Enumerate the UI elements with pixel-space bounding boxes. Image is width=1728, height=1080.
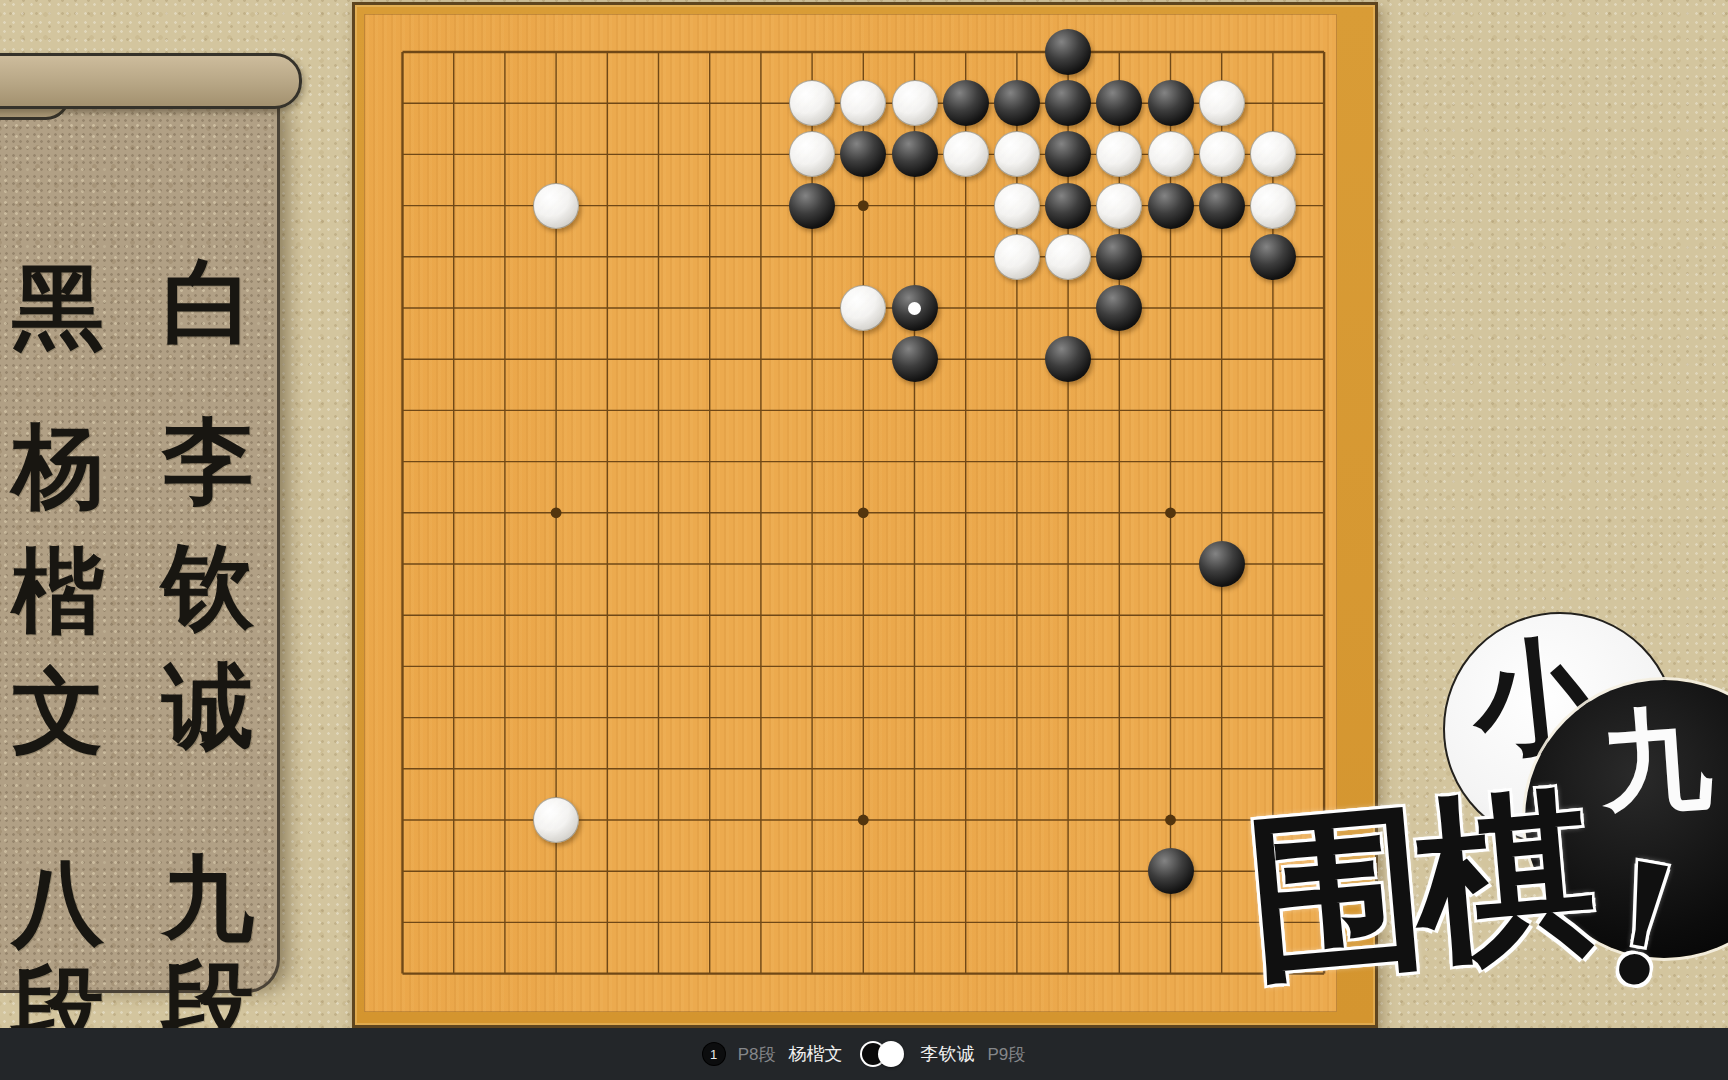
white-stone xyxy=(533,183,579,229)
black-stone xyxy=(892,131,938,177)
bottom-status-bar: 1 P8段 杨楷文 李钦诚 P9段 xyxy=(0,1028,1728,1080)
white-stone xyxy=(994,183,1040,229)
black-stone xyxy=(1096,285,1142,331)
white-stone xyxy=(994,234,1040,280)
white-stone xyxy=(1148,131,1194,177)
white-stone-icon xyxy=(878,1041,904,1067)
star-point xyxy=(858,507,869,518)
player-scroll: 白李钦诚九段 黑杨楷文八段 xyxy=(0,98,280,993)
white-player-name: 李钦诚 xyxy=(921,1042,975,1066)
black-stone xyxy=(1045,183,1091,229)
scroll-char: 诚 xyxy=(162,660,254,752)
move-number-badge: 1 xyxy=(703,1043,725,1065)
black-player-name: 杨楷文 xyxy=(789,1042,843,1066)
go-board-surface[interactable] xyxy=(364,14,1337,1012)
white-stone xyxy=(994,131,1040,177)
white-stone xyxy=(789,80,835,126)
black-stone xyxy=(1096,234,1142,280)
white-stone xyxy=(1250,131,1296,177)
scroll-char: 钦 xyxy=(162,540,254,632)
bottom-bar-content: 1 P8段 杨楷文 李钦诚 P9段 xyxy=(703,1041,1026,1067)
black-stone xyxy=(1250,234,1296,280)
white-stone xyxy=(892,80,938,126)
black-stone xyxy=(994,80,1040,126)
white-stone xyxy=(1199,80,1245,126)
black-stone xyxy=(892,336,938,382)
scroll-char: 黑 xyxy=(12,261,104,353)
last-move-marker xyxy=(908,302,921,315)
black-stone xyxy=(1045,80,1091,126)
star-point xyxy=(1165,815,1176,826)
scroll-char: 杨 xyxy=(12,420,104,512)
scroll-rod xyxy=(0,53,302,109)
white-stone xyxy=(1199,131,1245,177)
scroll-char: 八 xyxy=(12,857,104,949)
white-stone xyxy=(840,285,886,331)
black-stone xyxy=(943,80,989,126)
app-window: 白李钦诚九段 黑杨楷文八段 小 九 围棋 ! 1 P8段 杨楷文 李钦诚 P9段 xyxy=(0,0,1728,1080)
scroll-char: 九 xyxy=(162,852,254,944)
logo-black-stone-character: 九 xyxy=(1596,683,1716,839)
star-point xyxy=(858,815,869,826)
go-board-frame xyxy=(352,2,1378,1028)
star-point xyxy=(1165,507,1176,518)
star-point xyxy=(858,200,869,211)
scroll-char: 楷 xyxy=(12,545,104,637)
black-player-column: 黑杨楷文八段 xyxy=(2,261,114,1054)
black-stone xyxy=(1045,29,1091,75)
white-player-column: 白李钦诚九段 xyxy=(152,256,264,1049)
black-stone xyxy=(1199,541,1245,587)
scroll-char: 文 xyxy=(12,665,104,757)
logo-brush-text: 围棋 xyxy=(1238,754,1594,1022)
black-white-stones-icon[interactable] xyxy=(860,1041,904,1067)
black-stone xyxy=(1045,336,1091,382)
black-stone xyxy=(892,285,938,331)
white-stone xyxy=(1045,234,1091,280)
white-stone xyxy=(1250,183,1296,229)
star-point xyxy=(551,507,562,518)
black-stone xyxy=(1199,183,1245,229)
scroll-char: 李 xyxy=(162,415,254,507)
white-player-rank: P9段 xyxy=(988,1043,1026,1066)
black-stone xyxy=(1148,80,1194,126)
white-stone xyxy=(943,131,989,177)
white-stone xyxy=(533,797,579,843)
black-stone xyxy=(789,183,835,229)
black-stone xyxy=(1148,183,1194,229)
black-player-rank: P8段 xyxy=(738,1043,776,1066)
scroll-char: 白 xyxy=(162,256,254,348)
white-stone xyxy=(1096,183,1142,229)
black-stone xyxy=(1148,848,1194,894)
